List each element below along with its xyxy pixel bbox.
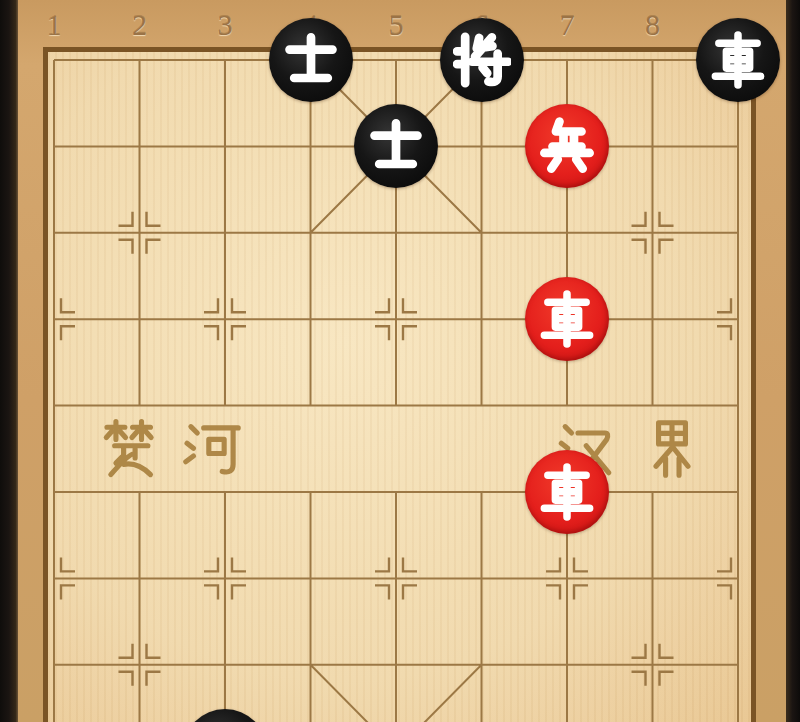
board-point-3-9 [182, 708, 268, 722]
left-dark-margin [0, 0, 18, 722]
piece-glyph [538, 117, 596, 175]
piece-red-chariot[interactable] [525, 450, 609, 534]
piece-glyph [709, 31, 767, 89]
piece-black-advisor[interactable] [269, 18, 353, 102]
piece-grid [11, 17, 781, 722]
piece-black-general[interactable] [440, 18, 524, 102]
board-point-7-6 [524, 449, 610, 535]
board-point-7-4 [524, 276, 610, 362]
piece-red-chariot[interactable] [525, 277, 609, 361]
piece-glyph [538, 290, 596, 348]
piece-glyph [453, 31, 511, 89]
board-point-4-1 [268, 17, 354, 103]
board-point-6-1 [439, 17, 525, 103]
piece-red-soldier[interactable] [525, 104, 609, 188]
piece-glyph [367, 117, 425, 175]
piece-glyph [282, 31, 340, 89]
piece-glyph [538, 463, 596, 521]
board-point-9-1 [695, 17, 781, 103]
board-point-5-2 [353, 103, 439, 189]
piece-black-advisor[interactable] [354, 104, 438, 188]
piece-black-chariot[interactable] [696, 18, 780, 102]
board-point-7-2 [524, 103, 610, 189]
piece-black-unknown[interactable] [183, 709, 267, 722]
right-dark-margin [786, 0, 800, 722]
xiangqi-board: 12345678 [0, 0, 800, 722]
